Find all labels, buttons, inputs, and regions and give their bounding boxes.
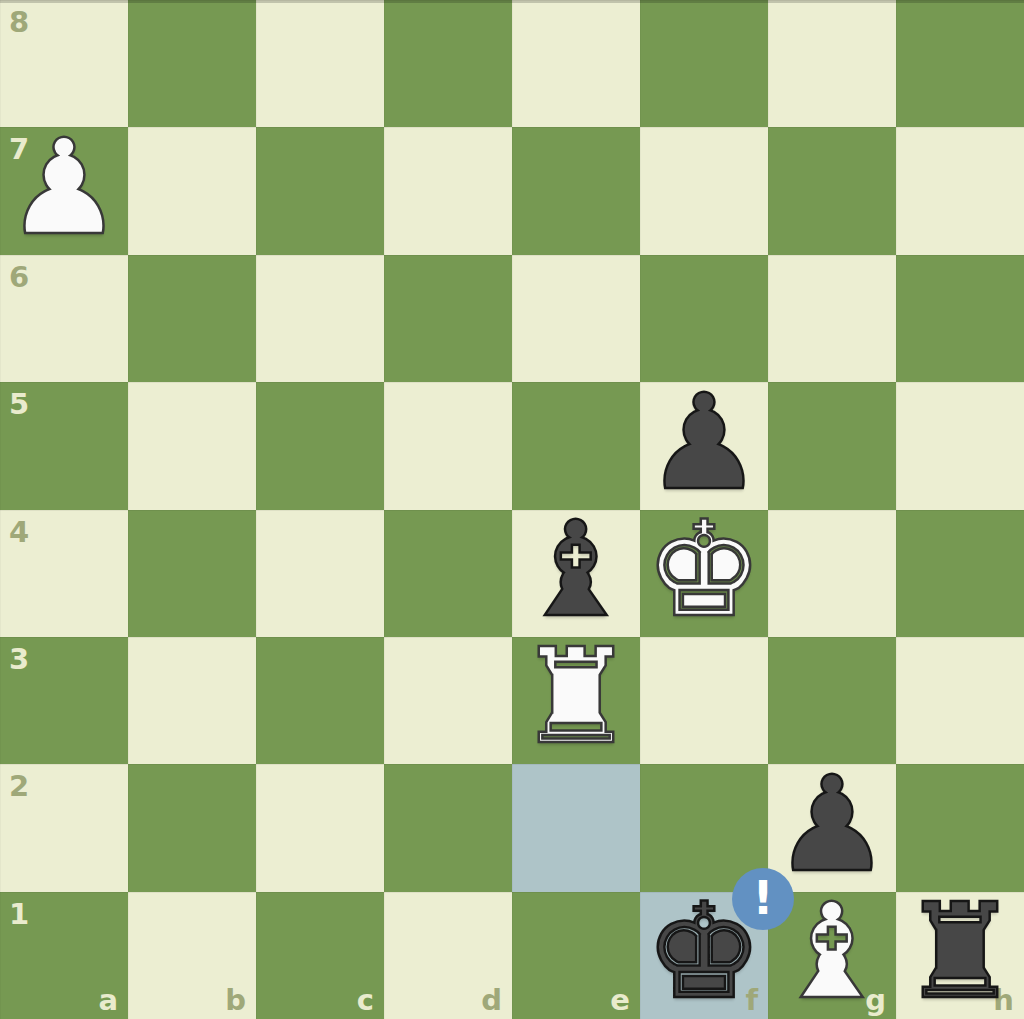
square-e2[interactable] — [512, 764, 640, 891]
white-rook[interactable]: ♜ — [512, 637, 640, 764]
square-d4[interactable] — [384, 510, 512, 637]
square-a7[interactable]: 7♟ — [0, 127, 128, 254]
file-label-a: a — [98, 986, 118, 1015]
square-h4[interactable] — [896, 510, 1024, 637]
square-d1[interactable]: d — [384, 892, 512, 1019]
square-f5[interactable]: ♟ — [640, 382, 768, 509]
square-e8[interactable] — [512, 0, 640, 127]
square-e3[interactable]: ♜ — [512, 637, 640, 764]
chess-board-panel: 87♟65♟4♝♚3♜2♟1abcdef♚g♝h♜ ! — [0, 0, 1024, 1019]
square-a1[interactable]: 1a — [0, 892, 128, 1019]
square-f6[interactable] — [640, 255, 768, 382]
square-c4[interactable] — [256, 510, 384, 637]
square-h5[interactable] — [896, 382, 1024, 509]
rank-label-2: 2 — [9, 772, 29, 801]
square-f8[interactable] — [640, 0, 768, 127]
square-h1[interactable]: h♜ — [896, 892, 1024, 1019]
square-a5[interactable]: 5 — [0, 382, 128, 509]
file-label-d: d — [481, 986, 502, 1015]
square-b5[interactable] — [128, 382, 256, 509]
square-a2[interactable]: 2 — [0, 764, 128, 891]
square-h6[interactable] — [896, 255, 1024, 382]
white-pawn[interactable]: ♟ — [0, 127, 128, 254]
square-d7[interactable] — [384, 127, 512, 254]
square-b2[interactable] — [128, 764, 256, 891]
square-f7[interactable] — [640, 127, 768, 254]
board-top-shadow — [0, 0, 1024, 3]
square-d2[interactable] — [384, 764, 512, 891]
chess-board: 87♟65♟4♝♚3♜2♟1abcdef♚g♝h♜ — [0, 0, 1024, 1019]
square-c5[interactable] — [256, 382, 384, 509]
rank-label-1: 1 — [9, 900, 29, 929]
square-c6[interactable] — [256, 255, 384, 382]
square-c2[interactable] — [256, 764, 384, 891]
square-a8[interactable]: 8 — [0, 0, 128, 127]
rank-label-5: 5 — [9, 390, 29, 419]
rank-label-4: 4 — [9, 518, 29, 547]
square-b7[interactable] — [128, 127, 256, 254]
square-g4[interactable] — [768, 510, 896, 637]
black-bishop[interactable]: ♝ — [512, 510, 640, 637]
good-move-badge: ! — [732, 868, 794, 930]
square-g5[interactable] — [768, 382, 896, 509]
square-h2[interactable] — [896, 764, 1024, 891]
square-b1[interactable]: b — [128, 892, 256, 1019]
good-move-badge-symbol: ! — [753, 875, 774, 921]
black-rook[interactable]: ♜ — [896, 892, 1024, 1019]
file-label-e: e — [610, 986, 630, 1015]
square-d8[interactable] — [384, 0, 512, 127]
square-g2[interactable]: ♟ — [768, 764, 896, 891]
square-c3[interactable] — [256, 637, 384, 764]
black-pawn[interactable]: ♟ — [768, 764, 896, 891]
square-b6[interactable] — [128, 255, 256, 382]
square-h8[interactable] — [896, 0, 1024, 127]
square-h7[interactable] — [896, 127, 1024, 254]
square-d3[interactable] — [384, 637, 512, 764]
black-pawn[interactable]: ♟ — [640, 382, 768, 509]
square-g7[interactable] — [768, 127, 896, 254]
square-f3[interactable] — [640, 637, 768, 764]
square-f4[interactable]: ♚ — [640, 510, 768, 637]
square-e5[interactable] — [512, 382, 640, 509]
rank-label-6: 6 — [9, 263, 29, 292]
square-b3[interactable] — [128, 637, 256, 764]
square-e1[interactable]: e — [512, 892, 640, 1019]
square-e6[interactable] — [512, 255, 640, 382]
square-e4[interactable]: ♝ — [512, 510, 640, 637]
square-g3[interactable] — [768, 637, 896, 764]
rank-label-3: 3 — [9, 645, 29, 674]
square-c1[interactable]: c — [256, 892, 384, 1019]
square-c7[interactable] — [256, 127, 384, 254]
square-a6[interactable]: 6 — [0, 255, 128, 382]
square-a3[interactable]: 3 — [0, 637, 128, 764]
square-d6[interactable] — [384, 255, 512, 382]
square-a4[interactable]: 4 — [0, 510, 128, 637]
rank-label-8: 8 — [9, 8, 29, 37]
white-king[interactable]: ♚ — [640, 510, 768, 637]
square-g8[interactable] — [768, 0, 896, 127]
square-b8[interactable] — [128, 0, 256, 127]
file-label-c: c — [357, 986, 374, 1015]
square-d5[interactable] — [384, 382, 512, 509]
file-label-b: b — [225, 986, 246, 1015]
square-c8[interactable] — [256, 0, 384, 127]
square-e7[interactable] — [512, 127, 640, 254]
square-g6[interactable] — [768, 255, 896, 382]
square-b4[interactable] — [128, 510, 256, 637]
square-h3[interactable] — [896, 637, 1024, 764]
